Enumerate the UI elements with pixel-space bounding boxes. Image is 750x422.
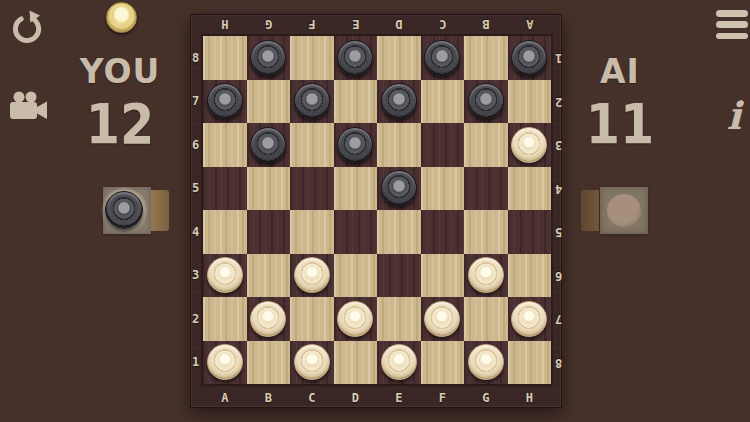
square-d8[interactable] (334, 36, 378, 80)
checker-black[interactable] (337, 40, 373, 76)
square-d4[interactable] (334, 210, 378, 254)
info-button[interactable]: i (720, 94, 748, 138)
checker-white[interactable] (468, 344, 504, 380)
square-b6[interactable] (247, 123, 291, 167)
checker-black[interactable] (511, 40, 547, 76)
square-a1[interactable] (203, 341, 247, 385)
tray-right-flap (581, 190, 599, 231)
square-a3[interactable] (203, 254, 247, 298)
square-b8[interactable] (247, 36, 291, 80)
square-h1[interactable] (508, 341, 552, 385)
coords-top: HGFEDCBA (203, 15, 551, 34)
square-e8[interactable] (377, 36, 421, 80)
coord-label: 4 (551, 167, 566, 211)
restart-button[interactable] (9, 10, 45, 47)
checker-black[interactable] (424, 40, 460, 76)
coord-label: F (290, 15, 334, 34)
square-f1[interactable] (421, 341, 465, 385)
square-e7[interactable] (377, 80, 421, 124)
checker-black[interactable] (294, 83, 330, 119)
square-b5[interactable] (247, 167, 291, 211)
game-screen: YOU 12 AI 11 i HGFEDCBA ABCDEFGH 8765432… (0, 0, 750, 422)
square-e3[interactable] (377, 254, 421, 298)
square-g8[interactable] (464, 36, 508, 80)
checker-white[interactable] (294, 257, 330, 293)
player-you-score: 12 (41, 95, 199, 153)
coords-right: 12345678 (551, 36, 566, 384)
checker-black[interactable] (381, 170, 417, 206)
square-a5[interactable] (203, 167, 247, 211)
coord-label: 1 (551, 36, 566, 80)
empty-capture-slot (607, 194, 641, 227)
square-e2[interactable] (377, 297, 421, 341)
checker-white[interactable] (424, 301, 460, 337)
checker-black[interactable] (250, 127, 286, 163)
player-ai-panel: AI 11 (565, 54, 675, 153)
square-d6[interactable] (334, 123, 378, 167)
coord-label: 3 (551, 123, 566, 167)
square-g1[interactable] (464, 341, 508, 385)
square-g3[interactable] (464, 254, 508, 298)
square-c8[interactable] (290, 36, 334, 80)
coord-label: 6 (551, 254, 566, 298)
checker-black[interactable] (207, 83, 243, 119)
square-f8[interactable] (421, 36, 465, 80)
square-h3[interactable] (508, 254, 552, 298)
square-h4[interactable] (508, 210, 552, 254)
checker-white[interactable] (381, 344, 417, 380)
checker-white[interactable] (250, 301, 286, 337)
checker-black[interactable] (468, 83, 504, 119)
checker-white[interactable] (468, 257, 504, 293)
checker-black[interactable] (381, 83, 417, 119)
coord-label: 5 (551, 210, 566, 254)
square-g6[interactable] (464, 123, 508, 167)
square-h2[interactable] (508, 297, 552, 341)
tray-left-flap (151, 190, 169, 231)
square-h6[interactable] (508, 123, 552, 167)
coord-label: G (464, 386, 508, 409)
square-c7[interactable] (290, 80, 334, 124)
coord-label: A (203, 386, 247, 409)
checker-white[interactable] (207, 344, 243, 380)
square-c3[interactable] (290, 254, 334, 298)
square-h7[interactable] (508, 80, 552, 124)
menu-button[interactable] (716, 10, 748, 39)
square-d7[interactable] (334, 80, 378, 124)
coord-label: C (421, 15, 465, 34)
coord-label: D (334, 386, 378, 409)
square-f4[interactable] (421, 210, 465, 254)
coord-label: H (508, 386, 552, 409)
coord-label: B (464, 15, 508, 34)
coord-label: 7 (551, 297, 566, 341)
coord-label: A (508, 15, 552, 34)
square-g2[interactable] (464, 297, 508, 341)
hamburger-menu-icon (716, 10, 748, 17)
square-e1[interactable] (377, 341, 421, 385)
square-f7[interactable] (421, 80, 465, 124)
square-b3[interactable] (247, 254, 291, 298)
coord-label: E (377, 386, 421, 409)
checker-black[interactable] (337, 127, 373, 163)
turn-indicator-gold-piece (106, 2, 137, 33)
square-e4[interactable] (377, 210, 421, 254)
checker-white[interactable] (337, 301, 373, 337)
square-g5[interactable] (464, 167, 508, 211)
coord-label: F (421, 386, 465, 409)
square-b7[interactable] (247, 80, 291, 124)
square-c6[interactable] (290, 123, 334, 167)
square-a4[interactable] (203, 210, 247, 254)
coord-label: 8 (551, 341, 566, 385)
checker-white[interactable] (207, 257, 243, 293)
checker-white[interactable] (511, 127, 547, 163)
coord-label: H (203, 15, 247, 34)
square-e5[interactable] (377, 167, 421, 211)
square-e6[interactable] (377, 123, 421, 167)
square-g7[interactable] (464, 80, 508, 124)
checker-white[interactable] (294, 344, 330, 380)
checker-black[interactable] (250, 40, 286, 76)
player-you-name: YOU (30, 54, 210, 90)
square-h5[interactable] (508, 167, 552, 211)
restart-icon (9, 10, 45, 47)
coord-label: 2 (551, 80, 566, 124)
square-f6[interactable] (421, 123, 465, 167)
square-f2[interactable] (421, 297, 465, 341)
square-c4[interactable] (290, 210, 334, 254)
coord-label: E (334, 15, 378, 34)
square-c1[interactable] (290, 341, 334, 385)
square-b1[interactable] (247, 341, 291, 385)
square-a8[interactable] (203, 36, 247, 80)
player-ai-name: AI (565, 54, 675, 90)
player-ai-score: 11 (572, 95, 669, 153)
square-d2[interactable] (334, 297, 378, 341)
board-grid (201, 34, 553, 386)
square-b2[interactable] (247, 297, 291, 341)
square-d3[interactable] (334, 254, 378, 298)
coord-label: D (377, 15, 421, 34)
checkers-board: HGFEDCBA ABCDEFGH 87654321 12345678 (190, 14, 562, 408)
square-a2[interactable] (203, 297, 247, 341)
coord-label: G (247, 15, 291, 34)
square-c5[interactable] (290, 167, 334, 211)
square-h8[interactable] (508, 36, 552, 80)
coords-bottom: ABCDEFGH (203, 386, 551, 409)
square-f5[interactable] (421, 167, 465, 211)
square-g4[interactable] (464, 210, 508, 254)
captured-black-checker (105, 191, 143, 229)
square-c2[interactable] (290, 297, 334, 341)
square-d5[interactable] (334, 167, 378, 211)
square-a7[interactable] (203, 80, 247, 124)
square-b4[interactable] (247, 210, 291, 254)
player-you-panel: YOU 12 (30, 54, 210, 153)
square-a6[interactable] (203, 123, 247, 167)
coord-label: B (247, 386, 291, 409)
checker-white[interactable] (511, 301, 547, 337)
coord-label: C (290, 386, 334, 409)
square-d1[interactable] (334, 341, 378, 385)
square-f3[interactable] (421, 254, 465, 298)
